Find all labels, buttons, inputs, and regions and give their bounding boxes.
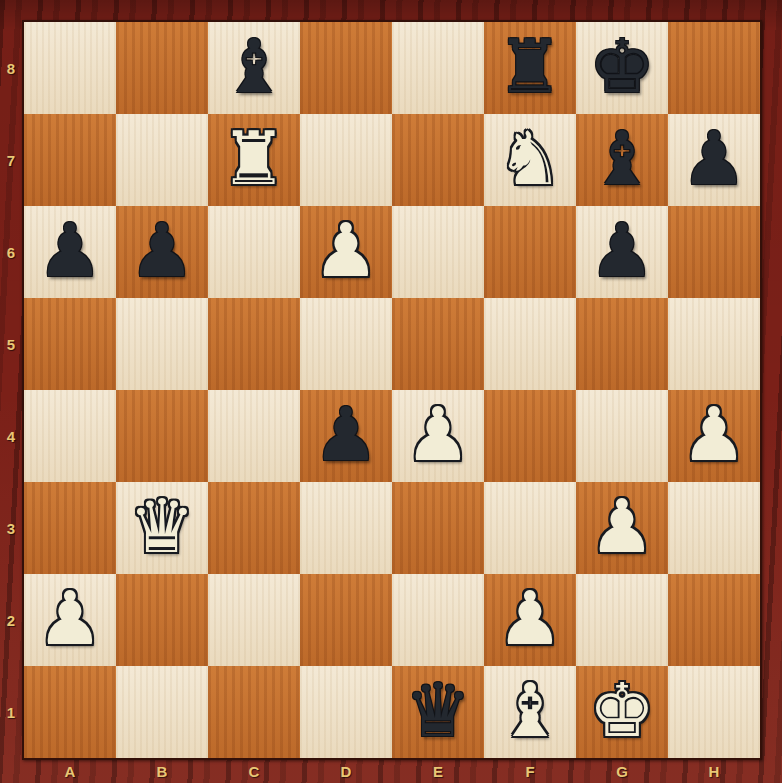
chess-board: ♝♜♚♜♞♝♟♟♟♟♟♟♟♟♛♟♟♟♛♝♚	[22, 20, 762, 760]
file-label-a: A	[24, 760, 116, 783]
square-h6[interactable]	[668, 206, 760, 298]
piece-white-rook[interactable]: ♜	[221, 121, 287, 195]
piece-black-pawn[interactable]: ♟	[129, 213, 195, 287]
square-b7[interactable]	[116, 114, 208, 206]
rank-label-5: 5	[0, 298, 22, 390]
square-c6[interactable]	[208, 206, 300, 298]
file-label-d: D	[300, 760, 392, 783]
piece-white-king[interactable]: ♚	[589, 673, 655, 747]
square-c2[interactable]	[208, 574, 300, 666]
square-h5[interactable]	[668, 298, 760, 390]
square-a8[interactable]	[24, 22, 116, 114]
square-g1[interactable]: ♚	[576, 666, 668, 758]
piece-white-pawn[interactable]: ♟	[37, 581, 103, 655]
piece-black-king[interactable]: ♚	[589, 29, 655, 103]
square-g6[interactable]: ♟	[576, 206, 668, 298]
square-f4[interactable]	[484, 390, 576, 482]
rank-label-6: 6	[0, 206, 22, 298]
square-c4[interactable]	[208, 390, 300, 482]
square-g3[interactable]: ♟	[576, 482, 668, 574]
square-h1[interactable]	[668, 666, 760, 758]
square-a7[interactable]	[24, 114, 116, 206]
square-e7[interactable]	[392, 114, 484, 206]
square-a5[interactable]	[24, 298, 116, 390]
square-f1[interactable]: ♝	[484, 666, 576, 758]
square-h2[interactable]	[668, 574, 760, 666]
square-g5[interactable]	[576, 298, 668, 390]
square-d6[interactable]: ♟	[300, 206, 392, 298]
rank-label-2: 2	[0, 574, 22, 666]
square-b5[interactable]	[116, 298, 208, 390]
square-e4[interactable]: ♟	[392, 390, 484, 482]
square-a2[interactable]: ♟	[24, 574, 116, 666]
square-f6[interactable]	[484, 206, 576, 298]
rank-labels: 87654321	[0, 22, 22, 758]
piece-black-bishop[interactable]: ♝	[589, 121, 655, 195]
square-f7[interactable]: ♞	[484, 114, 576, 206]
piece-white-bishop[interactable]: ♝	[497, 673, 563, 747]
file-label-b: B	[116, 760, 208, 783]
square-c1[interactable]	[208, 666, 300, 758]
board-frame: 87654321 ♝♜♚♜♞♝♟♟♟♟♟♟♟♟♛♟♟♟♛♝♚ ABCDEFGH	[0, 0, 782, 783]
square-b4[interactable]	[116, 390, 208, 482]
square-d1[interactable]	[300, 666, 392, 758]
square-h3[interactable]	[668, 482, 760, 574]
piece-white-pawn[interactable]: ♟	[497, 581, 563, 655]
rank-label-4: 4	[0, 390, 22, 482]
square-c8[interactable]: ♝	[208, 22, 300, 114]
square-d4[interactable]: ♟	[300, 390, 392, 482]
piece-white-queen[interactable]: ♛	[129, 489, 195, 563]
square-b3[interactable]: ♛	[116, 482, 208, 574]
piece-white-pawn[interactable]: ♟	[589, 489, 655, 563]
square-e6[interactable]	[392, 206, 484, 298]
square-c5[interactable]	[208, 298, 300, 390]
square-g8[interactable]: ♚	[576, 22, 668, 114]
square-h7[interactable]: ♟	[668, 114, 760, 206]
square-c3[interactable]	[208, 482, 300, 574]
square-a3[interactable]	[24, 482, 116, 574]
square-h8[interactable]	[668, 22, 760, 114]
square-b2[interactable]	[116, 574, 208, 666]
square-b1[interactable]	[116, 666, 208, 758]
piece-black-bishop[interactable]: ♝	[221, 29, 287, 103]
square-f5[interactable]	[484, 298, 576, 390]
piece-black-pawn[interactable]: ♟	[681, 121, 747, 195]
square-b8[interactable]	[116, 22, 208, 114]
square-g4[interactable]	[576, 390, 668, 482]
rank-label-7: 7	[0, 114, 22, 206]
square-e3[interactable]	[392, 482, 484, 574]
file-label-f: F	[484, 760, 576, 783]
file-label-c: C	[208, 760, 300, 783]
square-e5[interactable]	[392, 298, 484, 390]
piece-black-pawn[interactable]: ♟	[589, 213, 655, 287]
square-c7[interactable]: ♜	[208, 114, 300, 206]
square-f8[interactable]: ♜	[484, 22, 576, 114]
square-d5[interactable]	[300, 298, 392, 390]
piece-white-pawn[interactable]: ♟	[313, 213, 379, 287]
rank-label-8: 8	[0, 22, 22, 114]
square-d2[interactable]	[300, 574, 392, 666]
piece-white-knight[interactable]: ♞	[497, 121, 563, 195]
square-d8[interactable]	[300, 22, 392, 114]
file-label-e: E	[392, 760, 484, 783]
square-d7[interactable]	[300, 114, 392, 206]
square-b6[interactable]: ♟	[116, 206, 208, 298]
square-e2[interactable]	[392, 574, 484, 666]
square-h4[interactable]: ♟	[668, 390, 760, 482]
square-f3[interactable]	[484, 482, 576, 574]
piece-black-rook[interactable]: ♜	[497, 29, 563, 103]
square-a4[interactable]	[24, 390, 116, 482]
piece-black-pawn[interactable]: ♟	[313, 397, 379, 471]
square-e8[interactable]	[392, 22, 484, 114]
square-g2[interactable]	[576, 574, 668, 666]
square-f2[interactable]: ♟	[484, 574, 576, 666]
piece-white-pawn[interactable]: ♟	[405, 397, 471, 471]
rank-label-3: 3	[0, 482, 22, 574]
square-g7[interactable]: ♝	[576, 114, 668, 206]
rank-label-1: 1	[0, 666, 22, 758]
square-a6[interactable]: ♟	[24, 206, 116, 298]
file-labels: ABCDEFGH	[24, 760, 760, 783]
file-label-g: G	[576, 760, 668, 783]
file-label-h: H	[668, 760, 760, 783]
piece-black-pawn[interactable]: ♟	[37, 213, 103, 287]
square-d3[interactable]	[300, 482, 392, 574]
piece-white-pawn[interactable]: ♟	[681, 397, 747, 471]
piece-black-queen[interactable]: ♛	[405, 673, 471, 747]
square-a1[interactable]	[24, 666, 116, 758]
square-e1[interactable]: ♛	[392, 666, 484, 758]
